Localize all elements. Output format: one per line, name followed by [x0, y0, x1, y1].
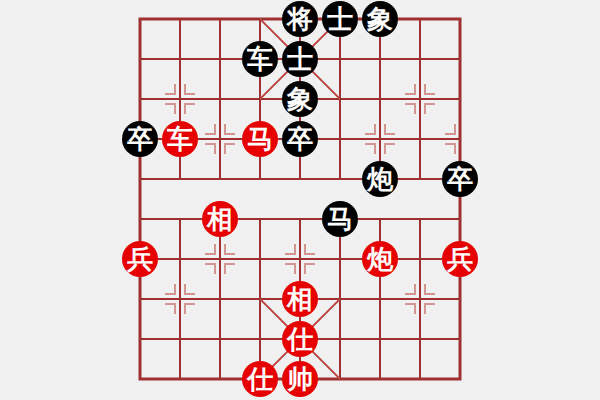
xiangqi-board: 将士象车士象卒车马卒炮卒相马兵炮兵相仕仕帅 — [0, 0, 600, 400]
piece-red-general[interactable]: 帅 — [282, 361, 318, 397]
piece-red-advisor[interactable]: 仕 — [282, 321, 318, 357]
piece-black-soldier[interactable]: 卒 — [442, 161, 478, 197]
piece-black-soldier[interactable]: 卒 — [122, 121, 158, 157]
piece-red-elephant[interactable]: 相 — [282, 281, 318, 317]
pieces-grid: 将士象车士象卒车马卒炮卒相马兵炮兵相仕仕帅 — [120, 0, 480, 399]
piece-black-advisor[interactable]: 士 — [282, 41, 318, 77]
piece-black-elephant[interactable]: 象 — [282, 81, 318, 117]
piece-red-soldier[interactable]: 兵 — [122, 241, 158, 277]
piece-black-elephant[interactable]: 象 — [362, 1, 398, 37]
piece-black-soldier[interactable]: 卒 — [282, 121, 318, 157]
piece-red-advisor[interactable]: 仕 — [242, 361, 278, 397]
piece-black-horse[interactable]: 马 — [322, 201, 358, 237]
piece-red-chariot[interactable]: 车 — [162, 121, 198, 157]
piece-red-elephant[interactable]: 相 — [202, 201, 238, 237]
piece-red-horse[interactable]: 马 — [242, 121, 278, 157]
piece-red-soldier[interactable]: 兵 — [442, 241, 478, 277]
piece-black-general[interactable]: 将 — [282, 1, 318, 37]
piece-red-cannon[interactable]: 炮 — [362, 241, 398, 277]
piece-black-chariot[interactable]: 车 — [242, 41, 278, 77]
piece-black-cannon[interactable]: 炮 — [362, 161, 398, 197]
piece-black-advisor[interactable]: 士 — [322, 1, 358, 37]
